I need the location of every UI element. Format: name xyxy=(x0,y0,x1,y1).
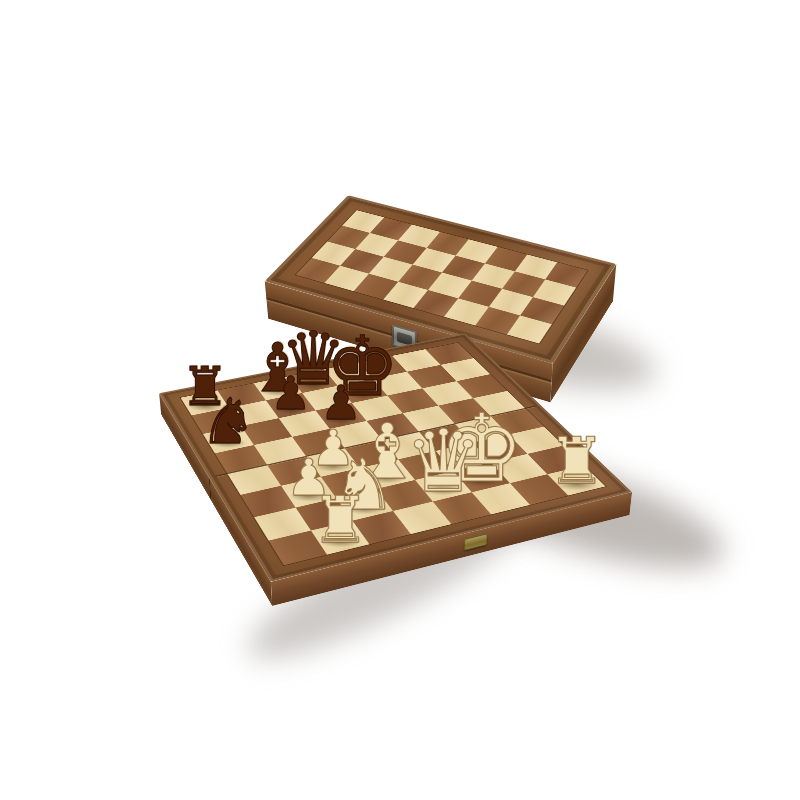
product-photo-scene: ♛♝♚♜♟♟♞♟♝♚♜♛♟♞♜ xyxy=(0,0,800,800)
open-chess-board xyxy=(161,354,629,606)
board-clasp-icon[interactable] xyxy=(463,533,487,551)
